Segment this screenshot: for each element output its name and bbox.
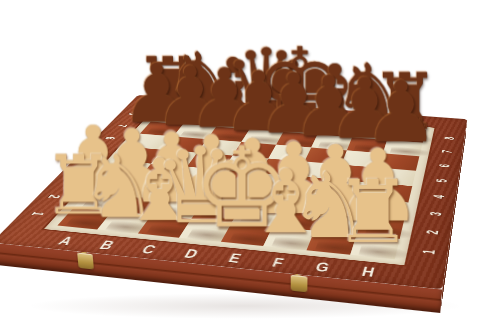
- chess-set-photo: ABCDEFGH ABCDEFGH 87654321 87654321 ♜♞♝♛…: [0, 0, 500, 333]
- brass-clasp-left[interactable]: [75, 244, 95, 277]
- rank-label: 1: [408, 240, 449, 264]
- clasp-buckle-icon: [291, 275, 308, 293]
- piece-white-rook[interactable]: ♜: [334, 168, 412, 255]
- clasp-buckle-icon: [77, 253, 94, 270]
- brass-clasp-right[interactable]: [290, 266, 309, 300]
- chess-board-case: ABCDEFGH ABCDEFGH 87654321 87654321 ♜♞♝♛…: [0, 95, 467, 290]
- playing-field: ♜♞♝♛♚♝♞♜♟♟♟♟♟♟♟♟♟♟♟♟♟♟♟♟♜♞♝♛♚♝♞♜: [41, 106, 437, 267]
- square-h1[interactable]: ♜: [350, 235, 399, 259]
- squares-grid: ♜♞♝♛♚♝♞♜♟♟♟♟♟♟♟♟♟♟♟♟♟♟♟♟♜♞♝♛♚♝♞♜: [57, 110, 425, 259]
